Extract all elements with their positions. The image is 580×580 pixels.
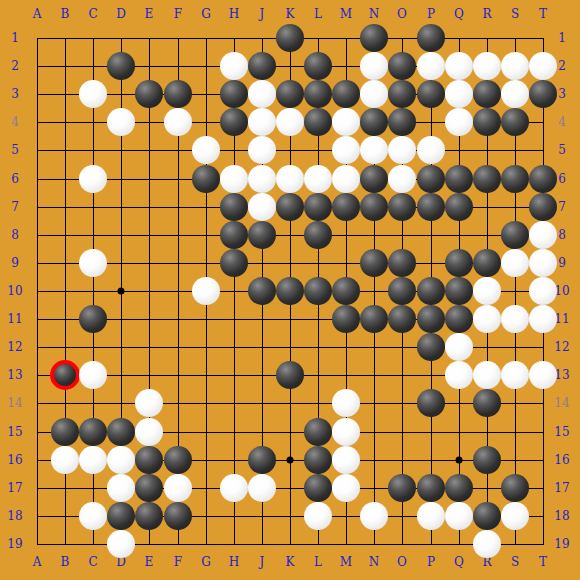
stone-black-E18 <box>135 502 163 530</box>
stone-black-N6 <box>360 165 388 193</box>
stone-black-M7 <box>332 193 360 221</box>
stone-black-R6 <box>473 165 501 193</box>
stone-white-T8 <box>529 221 557 249</box>
stone-white-J4 <box>248 108 276 136</box>
stone-black-R9 <box>473 249 501 277</box>
stone-black-K7 <box>276 193 304 221</box>
row-label-left-9: 9 <box>11 256 19 270</box>
stone-white-C9 <box>79 249 107 277</box>
stone-black-H4 <box>220 108 248 136</box>
stone-white-S9 <box>501 249 529 277</box>
stone-white-B16 <box>51 446 79 474</box>
col-label-bottom-T: T <box>539 555 547 569</box>
stone-black-D15 <box>107 418 135 446</box>
stone-black-O3 <box>388 80 416 108</box>
stone-white-T11 <box>529 305 557 333</box>
row-label-left-11: 11 <box>7 312 22 326</box>
stone-black-K10 <box>276 277 304 305</box>
stone-white-J7 <box>248 193 276 221</box>
col-label-bottom-Q: Q <box>454 555 464 569</box>
stone-white-T13 <box>529 361 557 389</box>
stone-white-T9 <box>529 249 557 277</box>
stone-black-P1 <box>417 24 445 52</box>
col-label-top-R: R <box>482 7 491 21</box>
star-point <box>287 457 294 464</box>
stone-black-P14 <box>417 389 445 417</box>
col-label-bottom-G: G <box>201 555 211 569</box>
stone-black-O10 <box>388 277 416 305</box>
stone-white-C6 <box>79 165 107 193</box>
col-label-top-C: C <box>88 7 97 21</box>
stone-black-K13 <box>276 361 304 389</box>
stone-black-O2 <box>388 52 416 80</box>
star-point <box>118 288 125 295</box>
stone-black-P6 <box>417 165 445 193</box>
stone-white-H6 <box>220 165 248 193</box>
grid-horizontal-line <box>37 403 544 404</box>
stone-white-R19 <box>473 530 501 558</box>
row-label-left-17: 17 <box>7 481 22 495</box>
stone-black-H8 <box>220 221 248 249</box>
col-label-top-T: T <box>539 7 547 21</box>
stone-black-T7 <box>529 193 557 221</box>
stone-white-M17 <box>332 474 360 502</box>
stone-black-O17 <box>388 474 416 502</box>
stone-white-M16 <box>332 446 360 474</box>
stone-white-M14 <box>332 389 360 417</box>
stone-white-S18 <box>501 502 529 530</box>
row-label-right-2: 2 <box>558 59 566 73</box>
stone-black-Q10 <box>445 277 473 305</box>
col-label-bottom-O: O <box>397 555 407 569</box>
stone-white-S3 <box>501 80 529 108</box>
col-label-top-N: N <box>369 7 380 21</box>
stone-black-E3 <box>135 80 163 108</box>
stone-white-O6 <box>388 165 416 193</box>
stone-black-M10 <box>332 277 360 305</box>
stone-white-Q13 <box>445 361 473 389</box>
row-label-left-8: 8 <box>11 228 19 242</box>
stone-black-R3 <box>473 80 501 108</box>
stone-black-H3 <box>220 80 248 108</box>
stone-white-C16 <box>79 446 107 474</box>
stone-black-M3 <box>332 80 360 108</box>
col-label-top-K: K <box>286 7 295 21</box>
col-label-top-G: G <box>201 7 211 21</box>
col-label-bottom-S: S <box>511 555 519 569</box>
stone-black-S4 <box>501 108 529 136</box>
stone-white-L6 <box>304 165 332 193</box>
row-label-right-6: 6 <box>558 172 566 186</box>
stone-white-R2 <box>473 52 501 80</box>
stone-white-D16 <box>107 446 135 474</box>
row-label-left-12: 12 <box>7 340 22 354</box>
row-label-left-7: 7 <box>11 200 19 214</box>
row-label-right-7: 7 <box>558 200 566 214</box>
col-label-bottom-K: K <box>286 555 295 569</box>
stone-black-Q9 <box>445 249 473 277</box>
row-label-left-5: 5 <box>11 143 19 157</box>
stone-black-B15 <box>51 418 79 446</box>
col-label-bottom-N: N <box>369 555 380 569</box>
stone-white-M6 <box>332 165 360 193</box>
stone-white-E15 <box>135 418 163 446</box>
row-label-left-2: 2 <box>11 59 19 73</box>
stone-black-P10 <box>417 277 445 305</box>
stone-white-P2 <box>417 52 445 80</box>
stone-white-N18 <box>360 502 388 530</box>
stone-white-E14 <box>135 389 163 417</box>
stone-white-S11 <box>501 305 529 333</box>
stone-black-C11 <box>79 305 107 333</box>
stone-black-D18 <box>107 502 135 530</box>
stone-black-F18 <box>164 502 192 530</box>
stone-black-L17 <box>304 474 332 502</box>
stone-white-G10 <box>192 277 220 305</box>
col-label-top-A: A <box>33 7 42 21</box>
stone-black-D2 <box>107 52 135 80</box>
stone-black-Q6 <box>445 165 473 193</box>
row-label-left-19: 19 <box>7 537 22 551</box>
stone-white-N5 <box>360 136 388 164</box>
stone-white-N3 <box>360 80 388 108</box>
row-label-left-6: 6 <box>11 172 19 186</box>
stone-white-M4 <box>332 108 360 136</box>
stone-white-T2 <box>529 52 557 80</box>
stone-black-C15 <box>79 418 107 446</box>
stone-black-L10 <box>304 277 332 305</box>
row-label-left-1: 1 <box>11 31 19 45</box>
stone-black-E16 <box>135 446 163 474</box>
stone-white-Q18 <box>445 502 473 530</box>
row-label-right-14: 14 <box>554 396 569 410</box>
stone-black-T6 <box>529 165 557 193</box>
row-label-right-1: 1 <box>558 31 566 45</box>
row-label-left-3: 3 <box>11 87 19 101</box>
stone-black-P3 <box>417 80 445 108</box>
stone-black-L16 <box>304 446 332 474</box>
stone-white-S2 <box>501 52 529 80</box>
stone-black-O9 <box>388 249 416 277</box>
stone-black-L4 <box>304 108 332 136</box>
col-label-top-P: P <box>427 7 435 21</box>
row-label-right-12: 12 <box>554 340 569 354</box>
stone-black-P11 <box>417 305 445 333</box>
stone-black-O7 <box>388 193 416 221</box>
stone-black-T3 <box>529 80 557 108</box>
stone-white-L18 <box>304 502 332 530</box>
row-label-left-13: 13 <box>7 368 22 382</box>
row-label-right-18: 18 <box>554 509 569 523</box>
row-label-right-17: 17 <box>554 481 569 495</box>
row-label-left-4: 4 <box>11 115 19 129</box>
stone-black-J16 <box>248 446 276 474</box>
stone-white-D19 <box>107 530 135 558</box>
stone-black-G6 <box>192 165 220 193</box>
stone-white-F17 <box>164 474 192 502</box>
stone-black-S8 <box>501 221 529 249</box>
col-label-top-H: H <box>229 7 239 21</box>
row-label-left-15: 15 <box>7 425 22 439</box>
col-label-top-S: S <box>511 7 519 21</box>
stone-black-L8 <box>304 221 332 249</box>
stone-white-D4 <box>107 108 135 136</box>
stone-white-C13 <box>79 361 107 389</box>
stone-white-M15 <box>332 418 360 446</box>
col-label-bottom-P: P <box>427 555 435 569</box>
stone-black-R16 <box>473 446 501 474</box>
row-label-right-19: 19 <box>554 537 569 551</box>
stone-white-T10 <box>529 277 557 305</box>
row-label-right-9: 9 <box>558 256 566 270</box>
row-label-right-5: 5 <box>558 143 566 157</box>
stone-black-E17 <box>135 474 163 502</box>
col-label-bottom-A: A <box>33 555 42 569</box>
stone-white-D17 <box>107 474 135 502</box>
stone-white-J5 <box>248 136 276 164</box>
stone-black-N1 <box>360 24 388 52</box>
row-label-left-16: 16 <box>7 453 22 467</box>
col-label-bottom-L: L <box>314 555 322 569</box>
col-label-top-F: F <box>174 7 182 21</box>
col-label-bottom-F: F <box>174 555 182 569</box>
stone-white-N2 <box>360 52 388 80</box>
stone-black-S17 <box>501 474 529 502</box>
stone-white-C3 <box>79 80 107 108</box>
last-move-marker-stone-black-B13 <box>50 360 80 390</box>
stone-black-P17 <box>417 474 445 502</box>
row-label-right-3: 3 <box>558 87 566 101</box>
stone-black-N11 <box>360 305 388 333</box>
stone-black-P12 <box>417 333 445 361</box>
stone-black-N9 <box>360 249 388 277</box>
stone-black-H9 <box>220 249 248 277</box>
stone-white-Q3 <box>445 80 473 108</box>
stone-white-J6 <box>248 165 276 193</box>
stone-black-P7 <box>417 193 445 221</box>
stone-black-J2 <box>248 52 276 80</box>
stone-white-P18 <box>417 502 445 530</box>
stone-black-L2 <box>304 52 332 80</box>
stone-black-O4 <box>388 108 416 136</box>
stone-white-C18 <box>79 502 107 530</box>
col-label-bottom-M: M <box>340 555 352 569</box>
star-point <box>456 457 463 464</box>
stone-black-Q11 <box>445 305 473 333</box>
stone-black-R4 <box>473 108 501 136</box>
stone-white-H17 <box>220 474 248 502</box>
row-label-left-10: 10 <box>7 284 22 298</box>
stone-black-L3 <box>304 80 332 108</box>
col-label-bottom-C: C <box>88 555 97 569</box>
row-label-right-4: 4 <box>558 115 566 129</box>
go-board[interactable]: AABBCCDDEEFFGGHHJJKKLLMMNNOOPPQQRRSSTT11… <box>0 0 580 580</box>
stone-white-R11 <box>473 305 501 333</box>
stone-black-K3 <box>276 80 304 108</box>
col-label-top-O: O <box>397 7 407 21</box>
stone-black-H7 <box>220 193 248 221</box>
stone-black-J8 <box>248 221 276 249</box>
row-label-left-14: 14 <box>7 396 22 410</box>
stone-white-J17 <box>248 474 276 502</box>
stone-white-R10 <box>473 277 501 305</box>
col-label-top-M: M <box>340 7 352 21</box>
stone-white-Q4 <box>445 108 473 136</box>
row-label-right-8: 8 <box>558 228 566 242</box>
stone-white-G5 <box>192 136 220 164</box>
stone-white-M5 <box>332 136 360 164</box>
row-label-right-16: 16 <box>554 453 569 467</box>
stone-white-S13 <box>501 361 529 389</box>
stone-black-L15 <box>304 418 332 446</box>
stone-black-R18 <box>473 502 501 530</box>
col-label-bottom-B: B <box>61 555 70 569</box>
stone-white-F4 <box>164 108 192 136</box>
stone-white-K6 <box>276 165 304 193</box>
col-label-bottom-J: J <box>260 555 265 569</box>
col-label-top-L: L <box>314 7 322 21</box>
stone-black-O11 <box>388 305 416 333</box>
col-label-top-E: E <box>145 7 154 21</box>
col-label-bottom-H: H <box>229 555 239 569</box>
stone-black-L7 <box>304 193 332 221</box>
stone-black-F3 <box>164 80 192 108</box>
col-label-top-J: J <box>260 7 265 21</box>
stone-black-Q17 <box>445 474 473 502</box>
stone-black-S6 <box>501 165 529 193</box>
stone-white-O5 <box>388 136 416 164</box>
stone-black-F16 <box>164 446 192 474</box>
stone-black-N4 <box>360 108 388 136</box>
stone-white-P5 <box>417 136 445 164</box>
stone-black-J10 <box>248 277 276 305</box>
col-label-bottom-E: E <box>145 555 154 569</box>
stone-black-N7 <box>360 193 388 221</box>
stone-black-M11 <box>332 305 360 333</box>
stone-white-R13 <box>473 361 501 389</box>
col-label-top-B: B <box>61 7 70 21</box>
col-label-top-D: D <box>116 7 126 21</box>
stone-white-K4 <box>276 108 304 136</box>
row-label-right-15: 15 <box>554 425 569 439</box>
stone-white-J3 <box>248 80 276 108</box>
stone-white-Q12 <box>445 333 473 361</box>
stone-white-Q2 <box>445 52 473 80</box>
stone-black-K1 <box>276 24 304 52</box>
col-label-top-Q: Q <box>454 7 464 21</box>
stone-white-H2 <box>220 52 248 80</box>
stone-black-R14 <box>473 389 501 417</box>
stone-black-Q7 <box>445 193 473 221</box>
row-label-left-18: 18 <box>7 509 22 523</box>
